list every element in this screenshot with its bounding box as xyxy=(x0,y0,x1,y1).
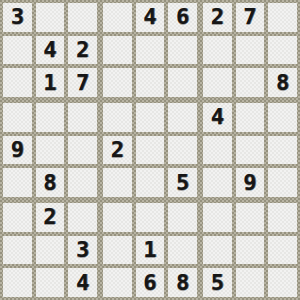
sudoku-cell[interactable] xyxy=(203,136,232,165)
sudoku-cell[interactable] xyxy=(168,203,197,232)
sudoku-cell[interactable] xyxy=(203,168,232,197)
sudoku-cell[interactable] xyxy=(268,236,297,265)
sudoku-cell-given[interactable]: 4 xyxy=(36,36,65,65)
sudoku-cell-given[interactable]: 9 xyxy=(3,136,32,165)
sudoku-cell-given[interactable]: 6 xyxy=(168,3,197,32)
sudoku-box: 34217 xyxy=(3,3,97,97)
sudoku-cell-given[interactable]: 4 xyxy=(203,103,232,132)
sudoku-cell-given[interactable]: 9 xyxy=(236,168,265,197)
sudoku-cell[interactable] xyxy=(136,103,165,132)
sudoku-cell[interactable] xyxy=(168,36,197,65)
sudoku-cell-given[interactable]: 2 xyxy=(103,136,132,165)
sudoku-cell[interactable] xyxy=(3,168,32,197)
sudoku-cell[interactable] xyxy=(68,103,97,132)
sudoku-cell[interactable] xyxy=(268,103,297,132)
sudoku-cell[interactable] xyxy=(3,203,32,232)
sudoku-cell[interactable] xyxy=(68,203,97,232)
sudoku-cell-given[interactable]: 8 xyxy=(268,68,297,97)
sudoku-cell-given[interactable]: 8 xyxy=(36,168,65,197)
sudoku-cell[interactable] xyxy=(168,68,197,97)
sudoku-box: 25 xyxy=(103,103,197,197)
sudoku-cell[interactable] xyxy=(136,136,165,165)
sudoku-cell[interactable] xyxy=(136,68,165,97)
sudoku-cell[interactable] xyxy=(3,68,32,97)
sudoku-cell[interactable] xyxy=(203,36,232,65)
sudoku-cell[interactable] xyxy=(236,136,265,165)
sudoku-box: 278 xyxy=(203,3,297,97)
sudoku-cell[interactable] xyxy=(236,268,265,297)
sudoku-cell[interactable] xyxy=(36,3,65,32)
sudoku-cell[interactable] xyxy=(268,3,297,32)
sudoku-cell[interactable] xyxy=(3,36,32,65)
sudoku-cell[interactable] xyxy=(36,236,65,265)
sudoku-cell[interactable] xyxy=(68,3,97,32)
sudoku-cell[interactable] xyxy=(103,268,132,297)
sudoku-cell[interactable] xyxy=(236,68,265,97)
sudoku-box: 168 xyxy=(103,203,197,297)
sudoku-cell[interactable] xyxy=(268,136,297,165)
sudoku-cell[interactable] xyxy=(168,236,197,265)
sudoku-cell-given[interactable]: 5 xyxy=(168,168,197,197)
sudoku-cell[interactable] xyxy=(236,203,265,232)
sudoku-cell-given[interactable]: 1 xyxy=(136,236,165,265)
sudoku-cell[interactable] xyxy=(103,3,132,32)
sudoku-cell-given[interactable]: 2 xyxy=(68,36,97,65)
sudoku-cell-given[interactable]: 4 xyxy=(136,3,165,32)
sudoku-cell[interactable] xyxy=(268,203,297,232)
sudoku-cell-given[interactable]: 3 xyxy=(3,3,32,32)
sudoku-cell[interactable] xyxy=(103,203,132,232)
sudoku-cell[interactable] xyxy=(36,268,65,297)
sudoku-cell-given[interactable]: 6 xyxy=(136,268,165,297)
sudoku-cell-given[interactable]: 3 xyxy=(68,236,97,265)
sudoku-cell[interactable] xyxy=(203,203,232,232)
sudoku-cell[interactable] xyxy=(68,136,97,165)
sudoku-cell-given[interactable]: 1 xyxy=(36,68,65,97)
sudoku-cell[interactable] xyxy=(103,68,132,97)
sudoku-cell[interactable] xyxy=(3,103,32,132)
sudoku-box: 46 xyxy=(103,3,197,97)
sudoku-cell-given[interactable]: 7 xyxy=(236,3,265,32)
sudoku-cell-given[interactable]: 4 xyxy=(68,268,97,297)
sudoku-cell[interactable] xyxy=(268,268,297,297)
sudoku-cell[interactable] xyxy=(236,236,265,265)
sudoku-cell[interactable] xyxy=(136,203,165,232)
sudoku-cell[interactable] xyxy=(236,36,265,65)
sudoku-cell[interactable] xyxy=(268,36,297,65)
sudoku-cell[interactable] xyxy=(3,268,32,297)
sudoku-cell[interactable] xyxy=(268,168,297,197)
sudoku-cell[interactable] xyxy=(3,236,32,265)
sudoku-cell-given[interactable]: 5 xyxy=(203,268,232,297)
sudoku-cell[interactable] xyxy=(203,236,232,265)
sudoku-box: 49 xyxy=(203,103,297,197)
sudoku-cell-given[interactable]: 8 xyxy=(168,268,197,297)
sudoku-cell[interactable] xyxy=(103,236,132,265)
sudoku-cell-given[interactable]: 2 xyxy=(36,203,65,232)
sudoku-cell[interactable] xyxy=(203,68,232,97)
sudoku-box: 5 xyxy=(203,203,297,297)
sudoku-cell[interactable] xyxy=(103,103,132,132)
sudoku-cell[interactable] xyxy=(103,168,132,197)
sudoku-cell-given[interactable]: 7 xyxy=(68,68,97,97)
sudoku-cell[interactable] xyxy=(103,36,132,65)
sudoku-board: 34217462789825492341685 xyxy=(0,0,300,300)
sudoku-cell[interactable] xyxy=(36,136,65,165)
sudoku-cell[interactable] xyxy=(68,168,97,197)
sudoku-cell[interactable] xyxy=(36,103,65,132)
sudoku-cell-given[interactable]: 2 xyxy=(203,3,232,32)
sudoku-cell[interactable] xyxy=(168,136,197,165)
sudoku-box: 234 xyxy=(3,203,97,297)
sudoku-cell[interactable] xyxy=(136,168,165,197)
sudoku-cell[interactable] xyxy=(136,36,165,65)
sudoku-box: 98 xyxy=(3,103,97,197)
sudoku-cell[interactable] xyxy=(236,103,265,132)
sudoku-cell[interactable] xyxy=(168,103,197,132)
